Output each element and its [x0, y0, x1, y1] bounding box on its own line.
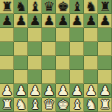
square-d7[interactable]: ♟ — [42, 14, 56, 28]
piece-black-pawn[interactable]: ♟ — [15, 14, 27, 28]
square-f6[interactable] — [70, 28, 84, 42]
piece-black-king[interactable]: ♚ — [57, 0, 69, 14]
square-f8[interactable]: ♝ — [70, 0, 84, 14]
square-g5[interactable] — [84, 42, 98, 56]
square-d4[interactable] — [42, 56, 56, 70]
piece-black-pawn[interactable]: ♟ — [43, 14, 55, 28]
square-h2[interactable]: ♟ — [98, 84, 112, 98]
square-g6[interactable] — [84, 28, 98, 42]
square-g3[interactable] — [84, 70, 98, 84]
square-f7[interactable]: ♟ — [70, 14, 84, 28]
piece-white-knight[interactable]: ♞ — [85, 98, 97, 112]
square-h7[interactable]: ♟ — [98, 14, 112, 28]
square-g7[interactable]: ♟ — [84, 14, 98, 28]
square-c6[interactable] — [28, 28, 42, 42]
piece-white-pawn[interactable]: ♟ — [43, 84, 55, 98]
piece-white-bishop[interactable]: ♝ — [29, 98, 41, 112]
square-c8[interactable]: ♝ — [28, 0, 42, 14]
chess-board: ♜♞♝♛♚♝♞♜♟♟♟♟♟♟♟♟♟♟♟♟♟♟♟♟♜♞♝♛♚♝♞♜ — [0, 0, 112, 112]
square-b7[interactable]: ♟ — [14, 14, 28, 28]
piece-black-bishop[interactable]: ♝ — [71, 0, 83, 14]
square-g8[interactable]: ♞ — [84, 0, 98, 14]
square-b2[interactable]: ♟ — [14, 84, 28, 98]
square-c3[interactable] — [28, 70, 42, 84]
piece-white-pawn[interactable]: ♟ — [15, 84, 27, 98]
square-b4[interactable] — [14, 56, 28, 70]
square-d3[interactable] — [42, 70, 56, 84]
piece-white-knight[interactable]: ♞ — [15, 98, 27, 112]
square-e7[interactable]: ♟ — [56, 14, 70, 28]
square-d1[interactable]: ♛ — [42, 98, 56, 112]
square-b3[interactable] — [14, 70, 28, 84]
square-f5[interactable] — [70, 42, 84, 56]
square-f3[interactable] — [70, 70, 84, 84]
piece-white-pawn[interactable]: ♟ — [1, 84, 13, 98]
piece-black-knight[interactable]: ♞ — [15, 0, 27, 14]
square-c4[interactable] — [28, 56, 42, 70]
square-e3[interactable] — [56, 70, 70, 84]
square-c1[interactable]: ♝ — [28, 98, 42, 112]
piece-white-pawn[interactable]: ♟ — [85, 84, 97, 98]
piece-black-pawn[interactable]: ♟ — [99, 14, 111, 28]
square-a4[interactable] — [0, 56, 14, 70]
square-e2[interactable]: ♟ — [56, 84, 70, 98]
square-g1[interactable]: ♞ — [84, 98, 98, 112]
piece-black-pawn[interactable]: ♟ — [85, 14, 97, 28]
square-f1[interactable]: ♝ — [70, 98, 84, 112]
square-a6[interactable] — [0, 28, 14, 42]
piece-white-pawn[interactable]: ♟ — [29, 84, 41, 98]
piece-black-pawn[interactable]: ♟ — [29, 14, 41, 28]
square-a5[interactable] — [0, 42, 14, 56]
piece-black-pawn[interactable]: ♟ — [57, 14, 69, 28]
square-g2[interactable]: ♟ — [84, 84, 98, 98]
piece-black-bishop[interactable]: ♝ — [29, 0, 41, 14]
square-h1[interactable]: ♜ — [98, 98, 112, 112]
square-a8[interactable]: ♜ — [0, 0, 14, 14]
square-a2[interactable]: ♟ — [0, 84, 14, 98]
square-h6[interactable] — [98, 28, 112, 42]
piece-white-pawn[interactable]: ♟ — [99, 84, 111, 98]
square-h8[interactable]: ♜ — [98, 0, 112, 14]
square-e5[interactable] — [56, 42, 70, 56]
square-h3[interactable] — [98, 70, 112, 84]
square-b8[interactable]: ♞ — [14, 0, 28, 14]
square-h5[interactable] — [98, 42, 112, 56]
square-c5[interactable] — [28, 42, 42, 56]
piece-white-king[interactable]: ♚ — [57, 98, 69, 112]
piece-black-rook[interactable]: ♜ — [1, 0, 13, 14]
square-d2[interactable]: ♟ — [42, 84, 56, 98]
piece-black-queen[interactable]: ♛ — [43, 0, 55, 14]
piece-white-bishop[interactable]: ♝ — [71, 98, 83, 112]
square-c2[interactable]: ♟ — [28, 84, 42, 98]
square-b5[interactable] — [14, 42, 28, 56]
square-d5[interactable] — [42, 42, 56, 56]
piece-black-rook[interactable]: ♜ — [99, 0, 111, 14]
square-g4[interactable] — [84, 56, 98, 70]
square-e4[interactable] — [56, 56, 70, 70]
square-e6[interactable] — [56, 28, 70, 42]
piece-black-pawn[interactable]: ♟ — [71, 14, 83, 28]
piece-white-rook[interactable]: ♜ — [99, 98, 111, 112]
square-e8[interactable]: ♚ — [56, 0, 70, 14]
square-b6[interactable] — [14, 28, 28, 42]
square-b1[interactable]: ♞ — [14, 98, 28, 112]
square-e1[interactable]: ♚ — [56, 98, 70, 112]
piece-black-pawn[interactable]: ♟ — [1, 14, 13, 28]
square-h4[interactable] — [98, 56, 112, 70]
square-a1[interactable]: ♜ — [0, 98, 14, 112]
piece-white-queen[interactable]: ♛ — [43, 98, 55, 112]
square-c7[interactable]: ♟ — [28, 14, 42, 28]
square-d6[interactable] — [42, 28, 56, 42]
square-a3[interactable] — [0, 70, 14, 84]
piece-white-pawn[interactable]: ♟ — [71, 84, 83, 98]
piece-black-knight[interactable]: ♞ — [85, 0, 97, 14]
piece-white-rook[interactable]: ♜ — [1, 98, 13, 112]
square-f2[interactable]: ♟ — [70, 84, 84, 98]
piece-white-pawn[interactable]: ♟ — [57, 84, 69, 98]
square-a7[interactable]: ♟ — [0, 14, 14, 28]
square-f4[interactable] — [70, 56, 84, 70]
square-d8[interactable]: ♛ — [42, 0, 56, 14]
